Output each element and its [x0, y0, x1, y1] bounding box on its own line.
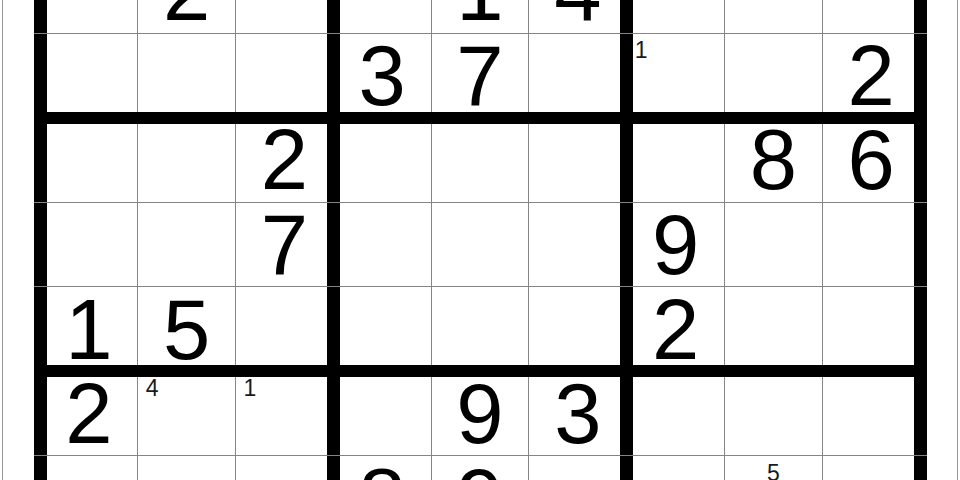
cell-r3c4[interactable]: 3 — [334, 34, 430, 117]
given-digit: 8 — [750, 117, 797, 202]
cell-r7c1[interactable]: 2 — [41, 372, 137, 455]
sudoku-board: 21437122867915224193895 — [0, 0, 960, 480]
given-digit: 9 — [652, 202, 699, 287]
pencil-mark-digit: 5 — [767, 462, 780, 480]
cell-r4c4[interactable] — [334, 119, 430, 202]
cell-r4c8[interactable]: 8 — [725, 119, 821, 202]
given-digit: 3 — [359, 33, 406, 118]
cell-r4c5[interactable] — [432, 119, 528, 202]
cell-r5c9[interactable] — [823, 203, 919, 286]
cell-r7c6[interactable]: 3 — [530, 372, 626, 455]
cell-r6c3[interactable] — [237, 288, 333, 371]
cell-r8c6[interactable] — [530, 457, 626, 480]
cell-r4c9[interactable]: 6 — [823, 119, 919, 202]
cell-r5c7[interactable]: 9 — [628, 203, 724, 286]
cell-r2c8[interactable] — [725, 0, 821, 32]
pencil-mark-digit: 1 — [635, 39, 648, 62]
cell-r6c5[interactable] — [432, 288, 528, 371]
given-digit: 2 — [847, 33, 894, 118]
given-digit: 2 — [652, 287, 699, 372]
cell-r8c9[interactable] — [823, 457, 919, 480]
given-digit: 2 — [261, 117, 308, 202]
cell-r3c8[interactable] — [725, 34, 821, 117]
cell-r5c2[interactable] — [139, 203, 235, 286]
cell-r6c6[interactable] — [530, 288, 626, 371]
cell-r8c4[interactable]: 8 — [334, 457, 430, 480]
cell-r6c7[interactable]: 2 — [628, 288, 724, 371]
pencil-mark-digit: 4 — [146, 377, 159, 400]
cell-r7c8[interactable] — [725, 372, 821, 455]
cell-r8c7[interactable] — [628, 457, 724, 480]
given-digit: 9 — [456, 456, 503, 480]
cell-r3c3[interactable] — [237, 34, 333, 117]
cell-r8c3[interactable] — [237, 457, 333, 480]
cell-r6c4[interactable] — [334, 288, 430, 371]
cell-r7c7[interactable] — [628, 372, 724, 455]
given-digit: 2 — [65, 371, 112, 456]
cell-r5c5[interactable] — [432, 203, 528, 286]
given-digit: 6 — [847, 117, 894, 202]
cell-r7c4[interactable] — [334, 372, 430, 455]
cell-r2c7[interactable] — [628, 0, 724, 32]
cell-r7c2[interactable]: 4 — [139, 372, 235, 455]
cell-r4c7[interactable] — [628, 119, 724, 202]
cell-r6c1[interactable]: 1 — [41, 288, 137, 371]
cell-r6c9[interactable] — [823, 288, 919, 371]
cell-r7c5[interactable]: 9 — [432, 372, 528, 455]
cell-r8c1[interactable] — [41, 457, 137, 480]
cell-r8c5[interactable]: 9 — [432, 457, 528, 480]
given-digit: 2 — [163, 0, 210, 33]
given-digit: 4 — [554, 0, 601, 33]
cell-r2c3[interactable] — [237, 0, 333, 32]
cell-r5c8[interactable] — [725, 203, 821, 286]
given-digit: 1 — [65, 287, 112, 372]
cell-r3c5[interactable]: 7 — [432, 34, 528, 117]
given-digit: 7 — [456, 33, 503, 118]
cell-r4c1[interactable] — [41, 119, 137, 202]
given-digit: 3 — [554, 371, 601, 456]
cell-r4c2[interactable] — [139, 119, 235, 202]
cell-r3c6[interactable] — [530, 34, 626, 117]
cell-r2c1[interactable] — [41, 0, 137, 32]
given-digit: 5 — [163, 287, 210, 372]
sudoku-screenshot: 21437122867915224193895 — [0, 0, 960, 480]
cell-r3c7[interactable]: 1 — [628, 34, 724, 117]
cell-r6c8[interactable] — [725, 288, 821, 371]
cell-r5c6[interactable] — [530, 203, 626, 286]
cell-r2c6[interactable]: 4 — [530, 0, 626, 32]
given-digit: 9 — [456, 371, 503, 456]
given-digit: 7 — [261, 202, 308, 287]
cell-r4c3[interactable]: 2 — [237, 119, 333, 202]
cell-r5c1[interactable] — [41, 203, 137, 286]
cell-r2c2[interactable]: 2 — [139, 0, 235, 32]
cell-r8c8[interactable]: 5 — [725, 457, 821, 480]
cell-r6c2[interactable]: 5 — [139, 288, 235, 371]
cell-r7c3[interactable]: 1 — [237, 372, 333, 455]
cell-r3c9[interactable]: 2 — [823, 34, 919, 117]
cell-r3c2[interactable] — [139, 34, 235, 117]
cell-r7c9[interactable] — [823, 372, 919, 455]
cell-r3c1[interactable] — [41, 34, 137, 117]
cell-r8c2[interactable] — [139, 457, 235, 480]
cell-r4c6[interactable] — [530, 119, 626, 202]
pencil-mark-digit: 1 — [244, 377, 257, 400]
given-digit: 8 — [359, 456, 406, 480]
cell-r5c3[interactable]: 7 — [237, 203, 333, 286]
cell-r5c4[interactable] — [334, 203, 430, 286]
